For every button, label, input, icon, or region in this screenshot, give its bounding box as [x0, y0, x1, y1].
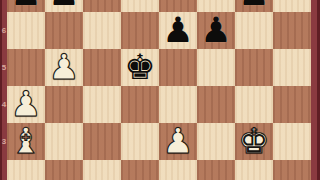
rank-label-3: 3	[1, 137, 7, 146]
square-d6[interactable]	[121, 12, 159, 49]
square-h5[interactable]	[273, 49, 311, 86]
square-a3[interactable]: ♝	[7, 123, 45, 160]
square-f2[interactable]	[197, 160, 235, 180]
square-b5[interactable]: ♟	[45, 49, 83, 86]
square-b4[interactable]	[45, 86, 83, 123]
white-king-g3: ♚	[238, 123, 269, 160]
square-h6[interactable]	[273, 12, 311, 49]
square-f5[interactable]	[197, 49, 235, 86]
square-f3[interactable]	[197, 123, 235, 160]
square-e3[interactable]: ♟	[159, 123, 197, 160]
black-pawn-e6: ♟	[162, 12, 193, 49]
rank-label-5: 5	[1, 63, 7, 72]
square-e5[interactable]	[159, 49, 197, 86]
chess-diagram: ♟♟♟♟♟♟♚♟♝♟♚ 6543	[0, 0, 320, 180]
black-pawn-a7: ♟	[10, 0, 41, 12]
square-c3[interactable]	[83, 123, 121, 160]
square-a6[interactable]	[7, 12, 45, 49]
black-pawn-g7: ♟	[238, 0, 269, 12]
square-c6[interactable]	[83, 12, 121, 49]
black-king-d5: ♚	[124, 49, 155, 86]
square-g5[interactable]	[235, 49, 273, 86]
square-b7[interactable]: ♟	[45, 0, 83, 12]
square-g7[interactable]: ♟	[235, 0, 273, 12]
square-a7[interactable]: ♟	[7, 0, 45, 12]
square-f6[interactable]: ♟	[197, 12, 235, 49]
rank-label-4: 4	[1, 100, 7, 109]
square-d2[interactable]	[121, 160, 159, 180]
square-c2[interactable]	[83, 160, 121, 180]
black-pawn-b7: ♟	[48, 0, 79, 12]
square-c4[interactable]	[83, 86, 121, 123]
square-d3[interactable]	[121, 123, 159, 160]
square-c5[interactable]	[83, 49, 121, 86]
black-pawn-f6: ♟	[200, 12, 231, 49]
square-g2[interactable]	[235, 160, 273, 180]
board-border-right	[311, 0, 320, 180]
square-f4[interactable]	[197, 86, 235, 123]
square-e4[interactable]	[159, 86, 197, 123]
square-h3[interactable]	[273, 123, 311, 160]
square-a2[interactable]	[7, 160, 45, 180]
square-g3[interactable]: ♚	[235, 123, 273, 160]
square-b6[interactable]	[45, 12, 83, 49]
white-pawn-e3: ♟	[162, 123, 193, 160]
square-c7[interactable]	[83, 0, 121, 12]
square-b2[interactable]	[45, 160, 83, 180]
square-g6[interactable]	[235, 12, 273, 49]
square-d7[interactable]	[121, 0, 159, 12]
square-h4[interactable]	[273, 86, 311, 123]
square-e2[interactable]	[159, 160, 197, 180]
square-h2[interactable]	[273, 160, 311, 180]
square-b3[interactable]	[45, 123, 83, 160]
white-pawn-a4: ♟	[10, 86, 41, 123]
chess-board: ♟♟♟♟♟♟♚♟♝♟♚	[7, 0, 311, 180]
square-e6[interactable]: ♟	[159, 12, 197, 49]
square-a4[interactable]: ♟	[7, 86, 45, 123]
square-h7[interactable]	[273, 0, 311, 12]
square-a5[interactable]	[7, 49, 45, 86]
square-g4[interactable]	[235, 86, 273, 123]
rank-label-6: 6	[1, 26, 7, 35]
white-pawn-b5: ♟	[48, 49, 79, 86]
square-d5[interactable]: ♚	[121, 49, 159, 86]
square-d4[interactable]	[121, 86, 159, 123]
white-bishop-a3: ♝	[10, 123, 41, 160]
